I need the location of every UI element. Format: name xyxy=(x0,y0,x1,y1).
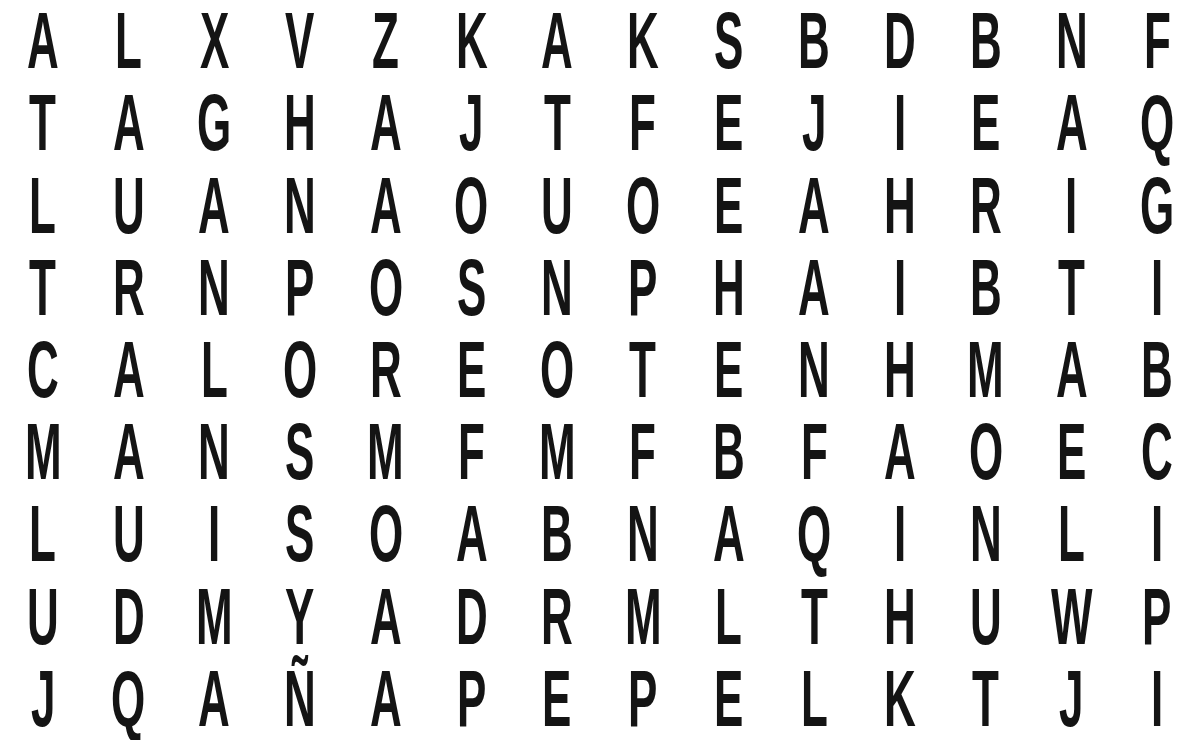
cell-letter: O xyxy=(626,166,660,246)
grid-cell[interactable]: I xyxy=(1114,658,1200,740)
cell-letter: A xyxy=(370,83,402,163)
grid-cell[interactable]: P xyxy=(1114,576,1200,658)
grid-cell[interactable]: L xyxy=(86,0,172,82)
grid-cell[interactable]: I xyxy=(1114,247,1200,329)
grid-cell[interactable]: O xyxy=(600,164,686,246)
cell-letter: A xyxy=(27,1,59,81)
cell-letter: L xyxy=(801,659,828,739)
grid-cell[interactable]: O xyxy=(429,164,515,246)
cell-letter: T xyxy=(1058,248,1085,328)
cell-letter: O xyxy=(369,248,403,328)
cell-letter: Y xyxy=(285,577,314,657)
cell-letter: L xyxy=(115,1,142,81)
cell-letter: A xyxy=(1056,330,1088,410)
cell-letter: P xyxy=(628,248,657,328)
grid-cell[interactable]: B xyxy=(686,411,772,493)
grid-cell[interactable]: R xyxy=(514,576,600,658)
cell-letter: A xyxy=(370,577,402,657)
cell-letter: N xyxy=(198,248,230,328)
cell-letter: F xyxy=(1144,1,1171,81)
cell-letter: L xyxy=(29,494,56,574)
grid-cell[interactable]: L xyxy=(686,576,772,658)
cell-letter: A xyxy=(198,166,230,246)
grid-cell[interactable]: P xyxy=(429,658,515,740)
grid-cell[interactable]: J xyxy=(1029,658,1115,740)
grid-cell[interactable]: K xyxy=(429,0,515,82)
cell-letter: I xyxy=(1151,659,1163,739)
cell-letter: A xyxy=(456,494,488,574)
grid-cell[interactable]: A xyxy=(686,493,772,575)
grid-cell[interactable]: F xyxy=(771,411,857,493)
grid-cell[interactable]: S xyxy=(257,493,343,575)
grid-cell[interactable]: U xyxy=(943,576,1029,658)
cell-letter: L xyxy=(201,330,228,410)
cell-letter: O xyxy=(369,494,403,574)
grid-cell[interactable]: C xyxy=(1114,411,1200,493)
grid-cell[interactable]: B xyxy=(943,0,1029,82)
cell-letter: N xyxy=(970,494,1002,574)
cell-letter: E xyxy=(542,659,571,739)
grid-cell[interactable]: G xyxy=(1114,164,1200,246)
cell-letter: R xyxy=(541,577,573,657)
cell-letter: G xyxy=(197,83,231,163)
grid-cell[interactable]: M xyxy=(171,576,257,658)
grid-cell[interactable]: R xyxy=(943,164,1029,246)
grid-cell[interactable]: M xyxy=(943,329,1029,411)
cell-letter: A xyxy=(113,83,145,163)
cell-letter: E xyxy=(457,330,486,410)
grid-cell[interactable]: H xyxy=(857,576,943,658)
cell-letter: I xyxy=(208,494,220,574)
cell-letter: A xyxy=(113,412,145,492)
grid-cell[interactable]: C xyxy=(0,329,86,411)
cell-letter: T xyxy=(801,577,828,657)
cell-letter: H xyxy=(284,83,316,163)
grid-cell[interactable]: U xyxy=(86,164,172,246)
cell-letter: M xyxy=(539,412,576,492)
cell-letter: N xyxy=(284,166,316,246)
grid-cell[interactable]: V xyxy=(257,0,343,82)
grid-cell[interactable]: T xyxy=(0,247,86,329)
grid-cell[interactable]: Y xyxy=(257,576,343,658)
cell-letter: L xyxy=(1058,494,1085,574)
grid-cell[interactable]: Ñ xyxy=(257,658,343,740)
grid-cell[interactable]: A xyxy=(86,82,172,164)
cell-letter: K xyxy=(627,1,659,81)
cell-letter: T xyxy=(629,330,656,410)
grid-cell[interactable]: H xyxy=(686,247,772,329)
cell-letter: A xyxy=(198,659,230,739)
grid-cell[interactable]: T xyxy=(514,82,600,164)
grid-cell[interactable]: A xyxy=(771,164,857,246)
cell-letter: G xyxy=(1140,166,1174,246)
cell-letter: A xyxy=(370,166,402,246)
grid-cell[interactable]: M xyxy=(514,411,600,493)
grid-cell[interactable]: B xyxy=(1114,329,1200,411)
grid-cell[interactable]: G xyxy=(171,82,257,164)
grid-cell[interactable]: A xyxy=(343,164,429,246)
cell-letter: P xyxy=(628,659,657,739)
grid-cell[interactable]: K xyxy=(857,658,943,740)
grid-cell[interactable]: L xyxy=(171,329,257,411)
grid-cell[interactable]: N xyxy=(171,247,257,329)
grid-cell[interactable]: S xyxy=(257,411,343,493)
grid-cell[interactable]: I xyxy=(857,493,943,575)
cell-letter: P xyxy=(457,659,486,739)
grid-cell[interactable]: T xyxy=(600,329,686,411)
grid-cell[interactable]: P xyxy=(257,247,343,329)
cell-letter: E xyxy=(714,659,743,739)
cell-letter: R xyxy=(970,166,1002,246)
grid-cell[interactable]: I xyxy=(857,247,943,329)
cell-letter: A xyxy=(1056,83,1088,163)
cell-letter: D xyxy=(884,1,916,81)
cell-letter: M xyxy=(625,577,662,657)
grid-cell[interactable]: A xyxy=(1029,82,1115,164)
grid-cell[interactable]: A xyxy=(171,164,257,246)
cell-letter: L xyxy=(715,577,742,657)
cell-letter: U xyxy=(970,577,1002,657)
grid-cell[interactable]: A xyxy=(0,0,86,82)
cell-letter: D xyxy=(456,577,488,657)
cell-letter: N xyxy=(627,494,659,574)
cell-letter: N xyxy=(541,248,573,328)
grid-cell[interactable]: N xyxy=(1029,0,1115,82)
grid-cell[interactable]: H xyxy=(257,82,343,164)
cell-letter: C xyxy=(1141,412,1173,492)
cell-letter: E xyxy=(1057,412,1086,492)
cell-letter: U xyxy=(541,166,573,246)
cell-letter: M xyxy=(967,330,1004,410)
grid-cell[interactable]: A xyxy=(86,329,172,411)
grid-cell[interactable]: X xyxy=(171,0,257,82)
cell-letter: H xyxy=(713,248,745,328)
grid-cell[interactable]: I xyxy=(1114,493,1200,575)
cell-letter: B xyxy=(970,248,1002,328)
cell-letter: B xyxy=(1141,330,1173,410)
cell-letter: F xyxy=(801,412,828,492)
grid-cell[interactable]: T xyxy=(0,82,86,164)
cell-letter: S xyxy=(285,412,314,492)
grid-cell[interactable]: J xyxy=(0,658,86,740)
cell-letter: T xyxy=(29,83,56,163)
cell-letter: Q xyxy=(111,659,145,739)
cell-letter: I xyxy=(894,83,906,163)
grid-cell[interactable]: L xyxy=(1029,493,1115,575)
cell-letter: A xyxy=(798,248,830,328)
grid-cell[interactable]: N xyxy=(943,493,1029,575)
cell-letter: U xyxy=(113,494,145,574)
cell-letter: B xyxy=(713,412,745,492)
grid-cell[interactable]: A xyxy=(171,658,257,740)
cell-letter: E xyxy=(971,83,1000,163)
cell-letter: M xyxy=(25,412,62,492)
cell-letter: J xyxy=(31,659,55,739)
cell-letter: U xyxy=(113,166,145,246)
cell-letter: K xyxy=(884,659,916,739)
grid-cell[interactable]: E xyxy=(686,329,772,411)
grid-cell[interactable]: A xyxy=(771,247,857,329)
word-search-board: ALXVZKAKSBDBNFTAGHAJTFEJIEAQLUANAOUOEAHR… xyxy=(0,0,1200,740)
grid-cell[interactable]: R xyxy=(86,247,172,329)
cell-letter: B xyxy=(541,494,573,574)
cell-letter: D xyxy=(113,577,145,657)
grid-cell[interactable]: L xyxy=(771,658,857,740)
grid-cell[interactable]: S xyxy=(686,0,772,82)
cell-letter: F xyxy=(629,83,656,163)
grid-cell[interactable]: I xyxy=(857,82,943,164)
cell-letter: E xyxy=(714,83,743,163)
grid-cell[interactable]: U xyxy=(514,164,600,246)
grid-cell[interactable]: N xyxy=(771,329,857,411)
cell-letter: R xyxy=(113,248,145,328)
cell-letter: T xyxy=(972,659,999,739)
grid-cell[interactable]: E xyxy=(686,658,772,740)
cell-letter: A xyxy=(798,166,830,246)
grid-cell[interactable]: O xyxy=(514,329,600,411)
cell-letter: N xyxy=(198,412,230,492)
cell-letter: I xyxy=(1065,166,1077,246)
grid-cell[interactable]: E xyxy=(429,329,515,411)
cell-letter: B xyxy=(798,1,830,81)
grid-cell[interactable]: L xyxy=(0,493,86,575)
grid-cell[interactable]: E xyxy=(1029,411,1115,493)
grid-cell[interactable]: O xyxy=(257,329,343,411)
cell-letter: A xyxy=(884,412,916,492)
cell-letter: O xyxy=(540,330,574,410)
grid-cell[interactable]: F xyxy=(1114,0,1200,82)
grid-cell[interactable]: M xyxy=(343,411,429,493)
cell-letter: O xyxy=(969,412,1003,492)
cell-letter: U xyxy=(27,577,59,657)
cell-letter: A xyxy=(541,1,573,81)
grid-cell[interactable]: Z xyxy=(343,0,429,82)
cell-letter: M xyxy=(196,577,233,657)
cell-letter: Q xyxy=(797,494,831,574)
grid-cell[interactable]: A xyxy=(343,658,429,740)
grid-cell[interactable]: T xyxy=(771,576,857,658)
grid-cell[interactable]: U xyxy=(86,493,172,575)
grid-cell[interactable]: E xyxy=(686,164,772,246)
grid-cell[interactable]: O xyxy=(343,493,429,575)
grid-cell[interactable]: Q xyxy=(86,658,172,740)
cell-letter: O xyxy=(454,166,488,246)
grid-cell[interactable]: Q xyxy=(1114,82,1200,164)
grid-cell[interactable]: N xyxy=(257,164,343,246)
cell-letter: B xyxy=(970,1,1002,81)
grid-cell[interactable]: D xyxy=(429,576,515,658)
cell-letter: I xyxy=(1151,248,1163,328)
grid-cell[interactable]: F xyxy=(600,82,686,164)
cell-letter: Ñ xyxy=(284,659,316,739)
grid-cell[interactable]: E xyxy=(943,82,1029,164)
grid-cell[interactable]: H xyxy=(857,164,943,246)
cell-letter: E xyxy=(714,330,743,410)
grid-cell[interactable]: I xyxy=(1029,164,1115,246)
grid-cell[interactable]: N xyxy=(600,493,686,575)
cell-letter: J xyxy=(459,83,483,163)
grid-cell[interactable]: Q xyxy=(771,493,857,575)
grid-cell[interactable]: O xyxy=(343,247,429,329)
grid-cell[interactable]: O xyxy=(943,411,1029,493)
grid-cell[interactable]: A xyxy=(857,411,943,493)
cell-letter: E xyxy=(714,166,743,246)
grid-cell[interactable]: E xyxy=(514,658,600,740)
grid-cell[interactable]: J xyxy=(429,82,515,164)
grid-cell[interactable]: A xyxy=(514,0,600,82)
cell-letter: O xyxy=(283,330,317,410)
grid-cell[interactable]: P xyxy=(600,247,686,329)
cell-letter: I xyxy=(1151,494,1163,574)
cell-letter: S xyxy=(285,494,314,574)
grid-cell[interactable]: D xyxy=(86,576,172,658)
cell-letter: N xyxy=(1056,1,1088,81)
cell-letter: X xyxy=(200,1,229,81)
cell-letter: A xyxy=(370,659,402,739)
grid-cell[interactable]: A xyxy=(429,493,515,575)
cell-letter: W xyxy=(1051,577,1093,657)
grid-cell[interactable]: N xyxy=(171,411,257,493)
cell-letter: M xyxy=(367,412,404,492)
cell-letter: F xyxy=(458,412,485,492)
grid-cell[interactable]: K xyxy=(600,0,686,82)
cell-letter: H xyxy=(884,330,916,410)
cell-letter: V xyxy=(285,1,314,81)
grid-cell[interactable]: M xyxy=(600,576,686,658)
grid-cell[interactable]: S xyxy=(429,247,515,329)
cell-letter: H xyxy=(884,577,916,657)
cell-letter: C xyxy=(27,330,59,410)
grid-cell[interactable]: A xyxy=(86,411,172,493)
grid-cell[interactable]: I xyxy=(171,493,257,575)
grid-cell[interactable]: T xyxy=(1029,247,1115,329)
grid-cell[interactable]: L xyxy=(0,164,86,246)
grid-cell[interactable]: F xyxy=(429,411,515,493)
cell-letter: S xyxy=(714,1,743,81)
cell-letter: A xyxy=(113,330,145,410)
cell-letter: Q xyxy=(1140,83,1174,163)
grid-cell[interactable]: F xyxy=(600,411,686,493)
cell-letter: P xyxy=(285,248,314,328)
grid-cell[interactable]: B xyxy=(514,493,600,575)
cell-letter: R xyxy=(370,330,402,410)
cell-letter: I xyxy=(894,248,906,328)
cell-letter: N xyxy=(798,330,830,410)
grid-cell[interactable]: E xyxy=(686,82,772,164)
cell-letter: K xyxy=(456,1,488,81)
grid-cell[interactable]: D xyxy=(857,0,943,82)
cell-letter: H xyxy=(884,166,916,246)
grid-cell[interactable]: A xyxy=(343,576,429,658)
grid-cell[interactable]: R xyxy=(343,329,429,411)
cell-letter: J xyxy=(802,83,826,163)
grid-cell[interactable]: N xyxy=(514,247,600,329)
grid-cell[interactable]: P xyxy=(600,658,686,740)
grid-cell[interactable]: H xyxy=(857,329,943,411)
grid-cell[interactable]: A xyxy=(1029,329,1115,411)
grid-cell[interactable]: T xyxy=(943,658,1029,740)
grid-cell[interactable]: W xyxy=(1029,576,1115,658)
cell-letter: S xyxy=(457,248,486,328)
cell-letter: P xyxy=(1142,577,1171,657)
cell-letter: I xyxy=(894,494,906,574)
cell-letter: T xyxy=(544,83,571,163)
grid-cell[interactable]: U xyxy=(0,576,86,658)
grid-cell[interactable]: M xyxy=(0,411,86,493)
cell-letter: A xyxy=(713,494,745,574)
cell-letter: L xyxy=(29,166,56,246)
cell-letter: T xyxy=(29,248,56,328)
grid-cell[interactable]: B xyxy=(771,0,857,82)
grid-cell[interactable]: A xyxy=(343,82,429,164)
grid-cell[interactable]: B xyxy=(943,247,1029,329)
cell-letter: J xyxy=(1059,659,1083,739)
grid-cell[interactable]: J xyxy=(771,82,857,164)
cell-letter: F xyxy=(629,412,656,492)
cell-letter: Z xyxy=(372,1,399,81)
